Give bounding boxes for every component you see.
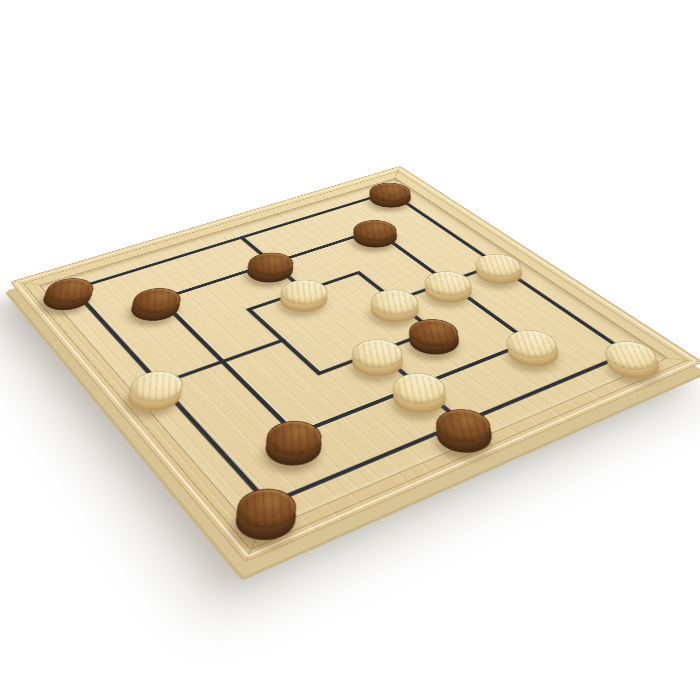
photo-background — [0, 0, 700, 700]
board-surface — [39, 178, 668, 535]
frame-miter-seam — [11, 281, 39, 285]
morris-board — [10, 166, 700, 562]
frame-miter-seam — [668, 358, 700, 362]
frame-miter-seam — [246, 535, 258, 562]
frame-miter-seam — [395, 166, 400, 177]
